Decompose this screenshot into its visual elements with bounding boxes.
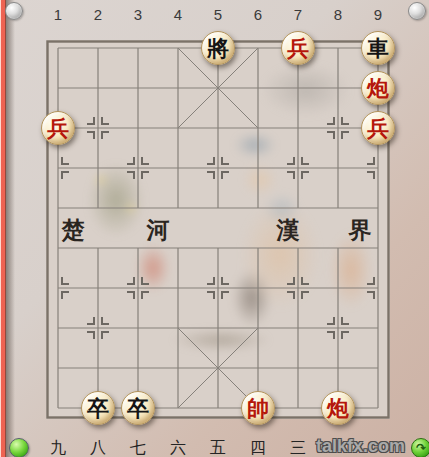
watermark-arrow-icon: ↷ [411, 438, 429, 457]
top-file-label: 4 [169, 6, 187, 23]
top-file-label: 5 [209, 6, 227, 23]
top-file-label: 1 [49, 6, 67, 23]
window-edge-shadow [6, 0, 15, 457]
xiangqi-piece-black[interactable]: 卒 [121, 391, 155, 425]
xiangqi-board[interactable]: 楚河漢界 將兵車炮兵兵卒卒帥炮 [46, 40, 390, 419]
bottom-file-label: 五 [208, 438, 228, 457]
top-right-led-icon [408, 2, 426, 20]
watermark-text: talkfx.com [316, 436, 405, 456]
xiangqi-piece-black[interactable]: 卒 [81, 391, 115, 425]
top-file-label: 7 [289, 6, 307, 23]
bottom-file-label: 九 [48, 438, 68, 457]
xiangqi-piece-black[interactable]: 將 [201, 31, 235, 65]
xiangqi-piece-red[interactable]: 兵 [281, 31, 315, 65]
river-character: 漢 [275, 215, 301, 246]
river-character: 河 [145, 215, 171, 246]
top-file-label: 2 [89, 6, 107, 23]
window-edge-accent [0, 0, 6, 457]
bottom-left-led-icon [9, 438, 29, 457]
top-file-label: 3 [129, 6, 147, 23]
xiangqi-piece-red[interactable]: 炮 [361, 71, 395, 105]
top-file-label: 8 [329, 6, 347, 23]
xiangqi-piece-red[interactable]: 帥 [241, 391, 275, 425]
top-file-label: 6 [249, 6, 267, 23]
bottom-file-label: 八 [88, 438, 108, 457]
xiangqi-piece-red[interactable]: 兵 [361, 111, 395, 145]
xiangqi-piece-black[interactable]: 車 [361, 31, 395, 65]
board-grid-lines [46, 40, 390, 419]
xiangqi-piece-red[interactable]: 炮 [321, 391, 355, 425]
bottom-file-label: 六 [168, 438, 188, 457]
bottom-file-label: 四 [248, 438, 268, 457]
bottom-file-label: 三 [288, 438, 308, 457]
river-character: 界 [347, 215, 373, 246]
xiangqi-piece-red[interactable]: 兵 [41, 111, 75, 145]
watermark: talkfx.com [316, 436, 405, 457]
xiangqi-app-window: 123456789 楚河漢界 將兵車炮兵兵卒卒帥炮 九八七六五四三 talkfx… [0, 0, 429, 457]
river-character: 楚 [60, 215, 86, 246]
top-left-led-icon [5, 2, 23, 20]
bottom-file-label: 七 [128, 438, 148, 457]
top-file-label: 9 [369, 6, 387, 23]
